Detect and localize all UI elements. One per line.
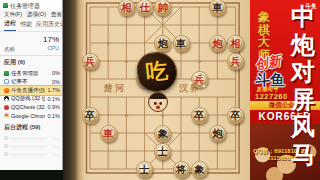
piece-red-仕[interactable]: 仕 [136,0,153,16]
tm-tab-0[interactable]: 进程 [4,19,16,31]
capture-face-graphic [148,92,168,112]
tm-cpu-total-percent[interactable]: 17% [43,35,59,44]
headline-char: 中 [287,3,319,31]
process-cpu-value: 0.9% [45,104,62,110]
bottom-left-dark-strip [0,170,63,180]
tm-titlebar[interactable]: 任务管理器 [0,0,62,10]
chrome-icon [4,113,9,118]
tm-app-rows: 任务管理器0%记事本0%斗鱼直播伴侣(32 位)1.7%QQ游戏 (32 位)0… [0,69,62,120]
xiangqi-board[interactable]: 楚河 汉界 相仕帥車炮車炮相兵兵馬兵卒卒卒車象炮士士将象 吃 [62,0,250,180]
tm-menu-item-0[interactable]: 文件(F) [4,11,22,18]
task-manager-icon [3,3,8,8]
tm-column-header: 名称 17% CPU [0,32,62,56]
piece-black-炮[interactable]: 炮 [154,35,171,52]
tm-background-row[interactable] [0,150,62,158]
tm-menu: 文件(F)选项(O)查看(V) [0,10,63,19]
task-manager-window: 任务管理器 文件(F)选项(O)查看(V) 进程性能应用历史记录启动用户 名称 … [0,0,63,170]
headline-char: 炮 [287,31,319,59]
sparkle-effect [196,74,198,76]
process-cpu-value: 0% [45,79,62,85]
tm-apps-section-label: 应用 (6) [0,55,62,69]
tm-cpu-column-header[interactable]: CPU [47,45,59,51]
piece-black-卒[interactable]: 卒 [82,107,99,124]
tm-process-row[interactable]: 记事本0% [0,78,62,87]
douyu-icon [4,88,9,93]
piece-black-象[interactable]: 象 [191,161,208,178]
gold-title-vertical: 象棋大师 [258,11,270,61]
piece-black-士[interactable]: 士 [154,143,171,160]
process-cpu-value: 0.1% [45,113,62,119]
tm-tab-1[interactable]: 性能 [20,20,32,31]
piece-red-兵[interactable]: 兵 [82,53,99,70]
process-name: QQChess (32 位) [11,104,45,111]
tm-process-row[interactable]: 斗鱼直播伴侣(32 位)1.7% [0,86,62,95]
headline-vertical: 中炮对屏风马 [287,3,319,168]
promo-script-text: 创新 [254,54,282,71]
process-name: Google Chrome [11,113,45,119]
piece-black-象[interactable]: 象 [154,125,171,142]
tm-process-row[interactable]: QQ游戏 (32 位)0.1% [0,95,62,104]
piece-black-卒[interactable]: 卒 [227,107,244,124]
tm-tabs: 进程性能应用历史记录启动用户 [0,19,63,32]
piece-red-相[interactable]: 相 [227,35,244,52]
piece-black-車[interactable]: 車 [173,35,190,52]
qq-icon [4,96,9,101]
headline-char: 屏 [287,86,319,114]
gold-title-char: 象 [258,11,270,24]
tm-background-row[interactable] [0,134,62,142]
piece-black-炮[interactable]: 炮 [209,125,226,142]
piece-red-車[interactable]: 車 [100,125,117,142]
headline-char: 马 [287,141,319,169]
process-name: QQ游戏 (32 位) [11,95,45,102]
capture-label: 吃 [136,51,178,91]
tm-name-column-header[interactable]: 名称 [4,46,15,53]
piece-red-兵[interactable]: 兵 [191,71,208,88]
process-cpu-value: 0.1% [45,96,62,102]
qqchess-icon [4,105,9,110]
gold-title-char: 大 [258,36,270,49]
sparkle-effect [203,85,205,87]
piece-black-将[interactable]: 将 [173,161,190,178]
tm-background-row[interactable] [0,142,62,150]
piece-black-卒[interactable]: 卒 [191,107,208,124]
process-name: 任务管理器 [11,70,45,77]
headline-char: 风 [287,113,319,141]
headline-char: 对 [287,58,319,86]
tm-background-section-label: 后台进程 (59) [0,120,62,134]
tm-process-row[interactable]: 任务管理器0% [0,69,62,78]
piece-red-兵[interactable]: 兵 [227,53,244,70]
process-cpu-value: 0% [45,70,62,76]
river-label-left: 楚河 [104,83,126,93]
process-cpu-value: 1.7% [45,87,62,93]
notepad-icon [4,79,9,84]
process-name: 斗鱼直播伴侣(32 位) [11,87,45,94]
piece-black-車[interactable]: 車 [209,0,226,16]
room-number: 1227260 [255,92,288,101]
tm-process-row[interactable]: QQChess (32 位)0.9% [0,103,62,112]
taskmgr-icon [4,71,9,76]
tm-process-row[interactable]: Google Chrome0.1% [0,112,62,121]
piece-red-帥[interactable]: 帥 [154,0,171,16]
tm-ghost-rows [0,134,62,158]
tm-tab-2[interactable]: 应用历史记录 [36,20,63,31]
tm-menu-item-2[interactable]: 查看(V) [51,11,63,18]
piece-black-士[interactable]: 士 [136,161,153,178]
process-name: 记事本 [11,78,45,85]
tm-menu-item-1[interactable]: 选项(O) [27,11,46,18]
sparkle-effect [190,82,192,84]
piece-red-炮[interactable]: 炮 [209,35,226,52]
piece-red-相[interactable]: 相 [118,0,135,16]
capture-animation: 吃 [135,50,179,94]
stream-promo-panel: 斗鱼 象棋大师 创新 斗鱼 直播间号 1227260 微信公众号 KOR666R… [250,0,320,180]
